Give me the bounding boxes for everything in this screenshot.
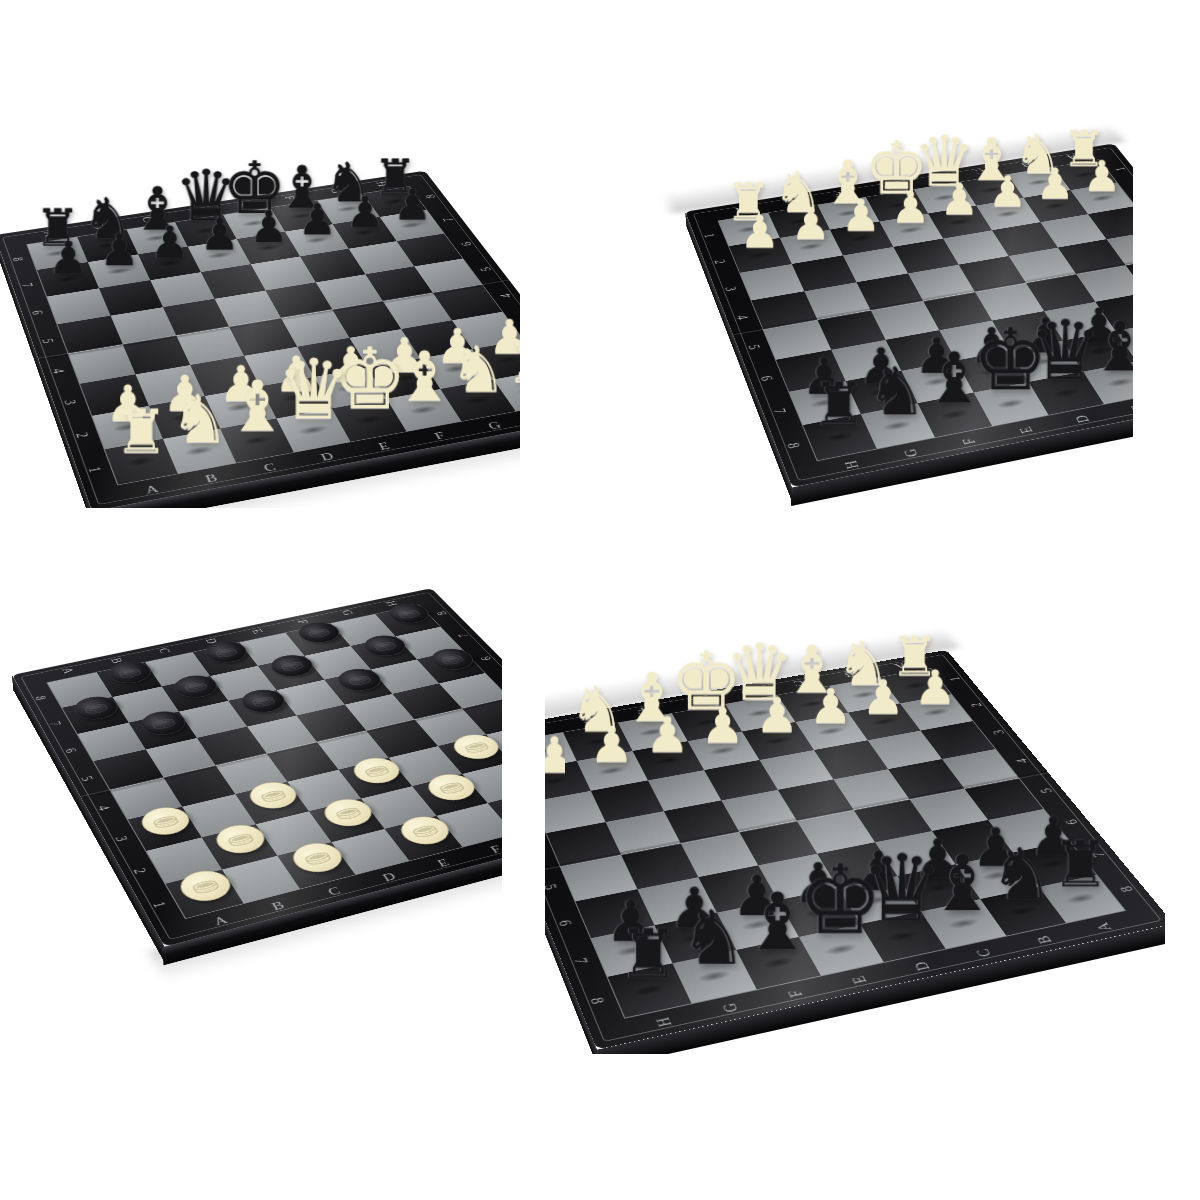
checker-white-man-e1: ⛂	[393, 812, 457, 848]
rank-label: 7	[435, 624, 491, 646]
photo-chess-from-black-h8-corner: ABCDEFGHABCDEFGH8765432187654321♜♞♝♛♚♝♞♜…	[545, 98, 1133, 513]
checker-black-man-b6: ⛂	[136, 708, 192, 739]
checkers-board: ABCDEFGHABCDEFGH8765432187654321⛂⛂⛂⛂⛂⛂⛂⛂…	[12, 588, 502, 946]
rank-label: 5	[1012, 777, 1080, 804]
photo-scene: ABCDEFGHABCDEFGH8765432187654321⛂⛂⛂⛂⛂⛂⛂⛂…	[8, 558, 502, 1044]
rank-label: 7	[0, 274, 56, 297]
checker-white-man-g1: ⛂	[497, 787, 502, 822]
checker-white-man-c3: ⛂	[243, 778, 303, 812]
chess-board: ABCDEFGHABCDEFGH8765432187654321♜♞♝♛♚♝♞♜…	[0, 171, 520, 508]
piece-white-rook-a1: ♜	[74, 402, 208, 462]
photo-scene: ABCDEFGHABCDEFGH8765432187654321♜♞♝♛♚♝♞♜…	[0, 78, 520, 508]
checker-white-man-b2: ⛂	[210, 821, 272, 858]
checker-white-man-e3: ⛂	[347, 754, 407, 787]
checker-black-man-d6: ⛂	[236, 686, 292, 716]
piece-white-pawn-h2: ♟	[545, 730, 620, 780]
checker-black-man-f6: ⛂	[332, 666, 388, 695]
rank-label: 4	[988, 748, 1054, 774]
checker-black-man-g7: ⛂	[358, 632, 412, 659]
checker-white-man-c1: ⛂	[286, 839, 350, 877]
chess-board: ABCDEFGHABCDEFGH8765432187654321♜♞♝♛♚♝♞♜…	[545, 650, 1165, 1049]
rank-label: 3	[966, 720, 1031, 745]
photo-scene: ABCDEFGHABCDEFGH8765432187654321♜♞♝♛♚♝♞♜…	[545, 98, 1133, 513]
piece-black-rook-h8: ♜	[573, 921, 724, 989]
product-photo-collage: ABCDEFGHABCDEFGH8765432187654321♜♞♝♛♚♝♞♜…	[0, 0, 1200, 1200]
checker-white-man-g3: ⛂	[446, 731, 502, 763]
photo-chess-from-white-side: ABCDEFGHABCDEFGH8765432187654321♜♞♝♛♚♝♞♜…	[0, 78, 520, 508]
checker-white-man-d2: ⛂	[317, 795, 379, 830]
checker-white-man-f2: ⛂	[421, 770, 483, 804]
photo-chess-from-black-side: ABCDEFGHABCDEFGH8765432187654321♜♞♝♛♚♝♞♜…	[545, 562, 1165, 1054]
piece-black-rook-h8: ♜	[772, 375, 906, 435]
rank-label: 5	[456, 258, 515, 280]
photo-checkers-from-white-corner: ABCDEFGHABCDEFGH8765432187654321⛂⛂⛂⛂⛂⛂⛂⛂…	[8, 558, 502, 1044]
chess-board: ABCDEFGHABCDEFGH8765432187654321♜♞♝♛♚♝♞♜…	[685, 143, 1133, 487]
checker-white-man-a1: ⛂	[174, 866, 238, 906]
checker-white-man-a3: ⛂	[136, 803, 196, 839]
photo-scene: ABCDEFGHABCDEFGH8765432187654321♜♞♝♛♚♝♞♜…	[545, 562, 1165, 1054]
checker-black-man-c7: ⛂	[169, 672, 223, 701]
checker-black-man-e7: ⛂	[265, 652, 319, 680]
